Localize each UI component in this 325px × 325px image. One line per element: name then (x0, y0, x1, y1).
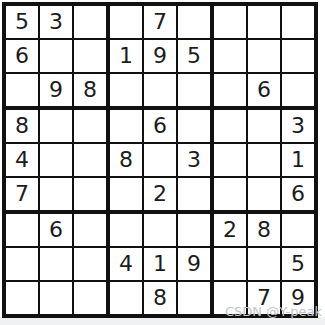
cell-r5c7[interactable] (214, 144, 248, 178)
cell-r2c6[interactable]: 5 (178, 40, 214, 74)
cell-r9c6[interactable] (178, 282, 214, 314)
cell-r4c1[interactable]: 8 (6, 110, 40, 144)
cell-r8c7[interactable] (214, 248, 248, 282)
cell-r7c5[interactable] (144, 214, 178, 248)
cell-r3c8[interactable]: 6 (248, 74, 282, 110)
cell-r3c7[interactable] (214, 74, 248, 110)
cell-r7c9[interactable] (282, 214, 314, 248)
cell-r8c3[interactable] (74, 248, 110, 282)
cell-r7c8[interactable]: 8 (248, 214, 282, 248)
cell-r3c4[interactable] (110, 74, 144, 110)
cell-r3c5[interactable] (144, 74, 178, 110)
cell-r8c8[interactable] (248, 248, 282, 282)
cell-r2c1[interactable]: 6 (6, 40, 40, 74)
cell-r3c3[interactable]: 8 (74, 74, 110, 110)
cell-r8c1[interactable] (6, 248, 40, 282)
cell-r2c9[interactable] (282, 40, 314, 74)
cell-r6c1[interactable]: 7 (6, 178, 40, 214)
cell-r8c5[interactable]: 1 (144, 248, 178, 282)
cell-r6c9[interactable]: 6 (282, 178, 314, 214)
cell-r8c9[interactable]: 5 (282, 248, 314, 282)
cell-r3c1[interactable] (6, 74, 40, 110)
cell-r5c6[interactable]: 3 (178, 144, 214, 178)
cell-r7c6[interactable] (178, 214, 214, 248)
cell-r5c3[interactable] (74, 144, 110, 178)
cell-r1c8[interactable] (248, 6, 282, 40)
cell-r9c8[interactable]: 7 (248, 282, 282, 314)
cell-r2c2[interactable] (40, 40, 74, 74)
cell-r9c9[interactable]: 9 (282, 282, 314, 314)
cell-r5c5[interactable] (144, 144, 178, 178)
cell-r9c7[interactable] (214, 282, 248, 314)
cell-r8c6[interactable]: 9 (178, 248, 214, 282)
cell-r4c3[interactable] (74, 110, 110, 144)
page-bottom-strip (0, 317, 325, 325)
cell-r9c2[interactable] (40, 282, 74, 314)
cell-r4c8[interactable] (248, 110, 282, 144)
cell-r9c4[interactable] (110, 282, 144, 314)
cell-r2c8[interactable] (248, 40, 282, 74)
cell-r7c4[interactable] (110, 214, 144, 248)
cell-r4c7[interactable] (214, 110, 248, 144)
cell-r2c4[interactable]: 1 (110, 40, 144, 74)
cell-r6c2[interactable] (40, 178, 74, 214)
cell-r1c1[interactable]: 5 (6, 6, 40, 40)
cell-r6c5[interactable]: 2 (144, 178, 178, 214)
cell-r5c2[interactable] (40, 144, 74, 178)
cell-r3c9[interactable] (282, 74, 314, 110)
cell-r5c4[interactable]: 8 (110, 144, 144, 178)
cell-r7c2[interactable]: 6 (40, 214, 74, 248)
cell-r1c9[interactable] (282, 6, 314, 40)
cell-r4c6[interactable] (178, 110, 214, 144)
cell-r5c8[interactable] (248, 144, 282, 178)
sudoku-board: 537619598686348317266284195879 (2, 2, 318, 318)
cell-r6c4[interactable] (110, 178, 144, 214)
cell-r3c6[interactable] (178, 74, 214, 110)
cell-r4c9[interactable]: 3 (282, 110, 314, 144)
cell-r4c5[interactable]: 6 (144, 110, 178, 144)
cell-r7c7[interactable]: 2 (214, 214, 248, 248)
cell-r8c2[interactable] (40, 248, 74, 282)
cell-r1c7[interactable] (214, 6, 248, 40)
cell-r4c2[interactable] (40, 110, 74, 144)
cell-r2c7[interactable] (214, 40, 248, 74)
cell-r1c6[interactable] (178, 6, 214, 40)
cell-r5c9[interactable]: 1 (282, 144, 314, 178)
cell-r4c4[interactable] (110, 110, 144, 144)
cell-r9c3[interactable] (74, 282, 110, 314)
cell-r7c3[interactable] (74, 214, 110, 248)
cell-r1c4[interactable] (110, 6, 144, 40)
cell-r6c8[interactable] (248, 178, 282, 214)
cell-r6c6[interactable] (178, 178, 214, 214)
cell-r5c1[interactable]: 4 (6, 144, 40, 178)
cell-r7c1[interactable] (6, 214, 40, 248)
cell-r8c4[interactable]: 4 (110, 248, 144, 282)
cell-r2c5[interactable]: 9 (144, 40, 178, 74)
cell-r6c7[interactable] (214, 178, 248, 214)
cell-r9c1[interactable] (6, 282, 40, 314)
cell-r1c2[interactable]: 3 (40, 6, 74, 40)
cell-r6c3[interactable] (74, 178, 110, 214)
cell-r2c3[interactable] (74, 40, 110, 74)
cell-r3c2[interactable]: 9 (40, 74, 74, 110)
cell-r9c5[interactable]: 8 (144, 282, 178, 314)
cell-r1c3[interactable] (74, 6, 110, 40)
cell-r1c5[interactable]: 7 (144, 6, 178, 40)
